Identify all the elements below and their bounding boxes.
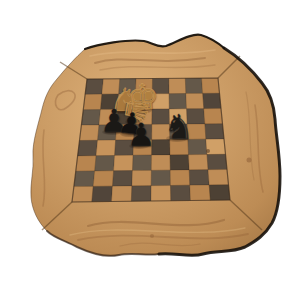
square-g2 (189, 170, 209, 186)
square-a3 (76, 156, 96, 172)
square-f1 (171, 185, 191, 201)
square-b7 (101, 94, 119, 110)
square-d2 (132, 170, 152, 186)
square-h2 (208, 170, 228, 186)
square-f3 (170, 155, 189, 171)
square-e4 (152, 140, 170, 156)
square-g1 (190, 185, 211, 201)
square-c6 (117, 109, 135, 125)
square-e5 (152, 124, 170, 140)
square-b3 (95, 156, 115, 172)
square-e2 (151, 170, 170, 186)
square-f8 (169, 78, 186, 93)
square-a5 (80, 125, 100, 141)
square-g4 (188, 139, 207, 155)
square-d5 (134, 124, 152, 139)
square-h1 (209, 185, 230, 201)
square-g6 (187, 109, 205, 124)
square-f2 (170, 170, 190, 186)
square-a2 (74, 171, 95, 187)
square-c4 (115, 140, 134, 156)
square-f4 (170, 139, 189, 155)
square-d1 (131, 186, 151, 202)
square-d7 (135, 94, 152, 110)
checkerboard (72, 78, 230, 202)
square-c2 (113, 171, 133, 187)
square-f5 (170, 124, 188, 140)
square-b2 (93, 171, 113, 187)
square-c8 (119, 79, 136, 95)
square-g5 (187, 124, 206, 139)
square-h5 (205, 124, 224, 139)
square-h7 (203, 93, 221, 108)
square-h6 (204, 109, 223, 124)
square-d4 (133, 140, 152, 156)
square-h8 (202, 78, 220, 93)
square-f7 (169, 94, 187, 110)
square-e1 (151, 186, 171, 202)
square-a4 (78, 140, 98, 156)
square-a7 (83, 94, 102, 110)
square-b5 (98, 125, 117, 141)
square-h3 (207, 154, 227, 169)
square-e6 (152, 109, 170, 124)
square-d3 (133, 155, 152, 171)
square-b6 (99, 109, 118, 125)
chess-board-photo: ♚♞♛♟♟♞♟ (0, 0, 300, 300)
square-g8 (185, 78, 202, 93)
square-f6 (169, 109, 187, 125)
wood-knot (206, 149, 210, 153)
square-b1 (92, 186, 113, 202)
square-d8 (136, 79, 153, 95)
square-a1 (72, 186, 93, 202)
square-d6 (134, 109, 152, 125)
square-e7 (152, 94, 169, 109)
square-b4 (96, 140, 116, 156)
square-g3 (189, 155, 209, 170)
square-c1 (112, 186, 132, 202)
square-e8 (152, 78, 169, 93)
square-g7 (186, 93, 204, 108)
square-c7 (118, 94, 136, 109)
olive-wood-board (0, 0, 300, 300)
square-b8 (102, 79, 120, 94)
square-e3 (151, 155, 170, 171)
square-c3 (114, 155, 134, 171)
square-a6 (81, 110, 100, 126)
square-c5 (116, 125, 135, 141)
square-a8 (85, 79, 103, 95)
